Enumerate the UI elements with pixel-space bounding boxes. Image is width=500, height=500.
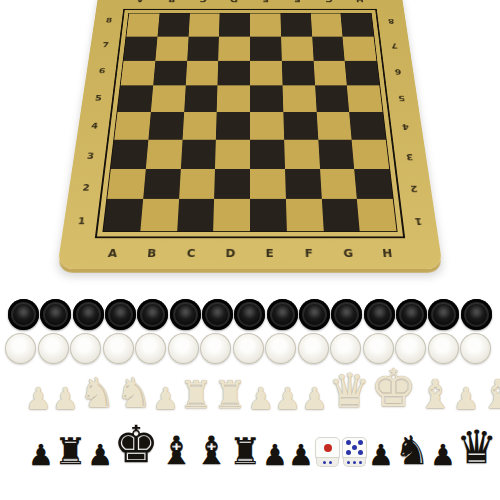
square-e7 [250,36,282,60]
file-label-top-a: A [124,0,157,6]
square-h4 [349,112,385,140]
rank-label-left-6: 6 [91,58,113,84]
square-b1 [140,199,179,231]
black-checker [396,299,427,330]
die-pip-cell [324,452,332,456]
black-checker [234,299,265,330]
square-b5 [151,86,186,112]
rank-label-left-5: 5 [87,84,110,112]
square-b6 [153,60,187,85]
chessboard-perspective-wrap: ABCDEFGH ABCDEFGH 87654321 87654321 [57,0,443,269]
square-f2 [285,169,322,200]
black-checker [170,299,201,330]
rank-label-left-8: 8 [98,9,119,33]
black-pawn: ♟ [430,441,456,470]
square-f7 [281,36,313,60]
file-label-top-e: E [250,0,282,6]
black-checkers-row [8,299,492,330]
square-a6 [121,60,156,85]
square-e4 [250,112,284,140]
file-labels-bottom: ABCDEFGH [92,243,409,265]
square-b2 [143,169,180,200]
square-c6 [185,60,218,85]
black-king: ♚ [113,419,159,470]
die-red-front-face [316,458,339,467]
square-c8 [188,13,220,36]
file-label-top-h: H [344,0,377,6]
square-a1 [103,199,142,231]
square-f3 [284,140,320,169]
die-pip [347,461,350,464]
square-e3 [250,140,285,169]
chessboard: ABCDEFGH ABCDEFGH 87654321 87654321 [57,0,443,269]
square-a7 [124,36,158,60]
file-label-bottom-a: A [92,243,134,265]
square-h7 [343,36,377,60]
file-label-bottom-h: H [367,243,409,265]
square-c7 [187,36,219,60]
square-h5 [347,86,382,112]
square-h2 [354,169,392,200]
square-d7 [218,36,250,60]
rank-label-right-3: 3 [398,141,422,172]
black-pawn: ♟ [288,441,314,470]
square-a3 [111,140,148,169]
die-pip-cell [324,444,332,452]
black-chess-pieces-row: ♟♜♟♚♝♝♜♟♟♟♞♟♛♞♟♟ [28,406,490,470]
square-g1 [321,199,360,231]
die-blue [342,437,367,467]
square-c1 [177,199,215,231]
square-g3 [318,140,354,169]
black-rook: ♜ [54,433,87,470]
square-c4 [182,112,217,140]
rank-label-left-2: 2 [73,172,98,204]
file-label-top-c: C [187,0,219,6]
square-d6 [218,60,250,85]
square-d5 [217,86,250,112]
black-checker [73,299,104,330]
square-h1 [357,199,396,231]
black-checker [461,299,492,330]
black-rook: ♜ [229,433,262,470]
black-pawn: ♟ [368,441,394,470]
die-red [315,437,340,467]
square-g6 [313,60,347,85]
die-pip [323,461,326,464]
file-labels-top: ABCDEFGH [124,0,377,6]
square-d2 [214,169,250,200]
board-playing-area [95,9,405,238]
product-photo: ABCDEFGH ABCDEFGH 87654321 87654321 ♟♟♞♞… [0,0,500,500]
square-c5 [184,86,218,112]
black-pawn: ♟ [28,441,54,470]
rank-label-right-7: 7 [384,33,406,58]
rank-label-right-5: 5 [390,84,413,112]
black-checker [137,299,168,330]
square-b8 [157,13,189,36]
black-checker [428,299,459,330]
die-pip [324,444,332,452]
black-checker [364,299,395,330]
square-b7 [155,36,188,60]
square-h6 [345,60,380,85]
black-pawn: ♟ [262,441,288,470]
rank-label-left-4: 4 [83,112,107,141]
die-pip [346,450,351,455]
file-label-bottom-c: C [171,243,211,265]
die-blue-front-face [343,458,366,467]
black-bishop: ♝ [194,431,229,470]
square-g2 [320,169,357,200]
file-label-top-f: F [281,0,313,6]
die-blue-top-face [342,437,367,458]
square-e6 [250,60,282,85]
square-c3 [180,140,216,169]
die-pip-cell [358,450,364,455]
square-a5 [118,86,153,112]
black-pawn: ♟ [87,441,113,470]
square-e8 [250,13,281,36]
square-g7 [312,36,345,60]
board-grid [102,13,397,232]
square-g5 [315,86,350,112]
square-f5 [282,86,316,112]
file-label-top-g: G [312,0,344,6]
rank-label-left-1: 1 [68,204,94,238]
rank-label-left-7: 7 [95,33,117,58]
rank-label-right-8: 8 [381,9,402,33]
die-pip [359,461,362,464]
white-chess-pieces-row: ♟♟♞♞♟♜♜♟♟♟♛♚♝♟♝♟ [25,352,481,414]
square-h8 [341,13,374,36]
rank-label-right-2: 2 [402,172,427,204]
black-bishop: ♝ [159,431,194,470]
die-pip [358,450,363,455]
file-label-top-b: B [155,0,187,6]
square-b3 [146,140,182,169]
black-checker [105,299,136,330]
square-h3 [352,140,389,169]
rank-label-right-1: 1 [406,204,432,238]
square-f4 [283,112,318,140]
black-checker [202,299,233,330]
square-a2 [107,169,145,200]
square-g8 [310,13,342,36]
rank-label-right-4: 4 [394,112,418,141]
square-d4 [216,112,250,140]
square-a8 [126,13,159,36]
black-checker [331,299,362,330]
square-d1 [213,199,250,231]
die-pip [329,461,332,464]
square-f6 [282,60,315,85]
black-checker [299,299,330,330]
square-e5 [250,86,283,112]
square-d3 [215,140,250,169]
rank-label-right-6: 6 [387,58,409,84]
file-label-top-d: D [218,0,250,6]
black-knight: ♞ [394,430,430,470]
square-c2 [179,169,216,200]
die-pip-cell [332,444,338,452]
square-e2 [250,169,286,200]
square-f8 [280,13,312,36]
file-label-bottom-d: D [210,243,250,265]
file-label-bottom-e: E [250,243,290,265]
black-checker [8,299,39,330]
die-pip [353,461,356,464]
square-e1 [250,199,287,231]
square-a4 [114,112,150,140]
die-red-top-face [315,437,340,458]
square-g4 [316,112,352,140]
black-checker [267,299,298,330]
file-label-bottom-g: G [328,243,369,265]
black-checker [40,299,71,330]
black-queen: ♛ [456,424,497,470]
square-b4 [148,112,184,140]
die-pip-cell [332,452,338,456]
square-f1 [286,199,324,231]
file-label-bottom-b: B [131,243,172,265]
rank-label-left-3: 3 [78,141,102,172]
square-d8 [219,13,250,36]
file-label-bottom-f: F [289,243,329,265]
